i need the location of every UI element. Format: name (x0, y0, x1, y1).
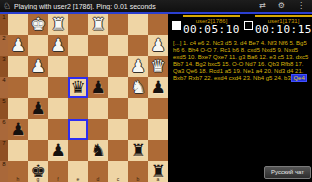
chess-board[interactable]: 1♚♜♜2♟♟♟3♟♟♛4♛♟♞♟5♟6♟7♟♞♜8♚♜hgfedcba (0, 14, 168, 182)
square-b7[interactable]: ♜ (128, 140, 148, 161)
black-rook-piece: ♜ (150, 161, 165, 182)
square-d1[interactable]: ♜ (88, 14, 108, 35)
square-b8[interactable] (128, 161, 148, 182)
square-e4[interactable]: ♛ (68, 77, 88, 98)
square-h5[interactable] (8, 98, 28, 119)
square-c3[interactable] (108, 56, 128, 77)
square-c7[interactable] (108, 140, 128, 161)
rank-label-8: 8 (0, 161, 8, 182)
main-content: 1♚♜♜2♟♟♟3♟♟♛4♛♟♞♟5♟6♟7♟♞♜8♚♜hgfedcba use… (0, 14, 312, 182)
black-queen-piece: ♛ (70, 77, 85, 98)
square-a4[interactable]: ♟ (148, 77, 168, 98)
page-title: Playing with user2 [1786]. Ping: 0.01 se… (14, 3, 256, 10)
square-c1[interactable] (108, 14, 128, 35)
square-g8[interactable]: ♚ (28, 161, 48, 182)
clock-time-white: 00:05:10 (183, 24, 240, 36)
square-d5[interactable] (88, 98, 108, 119)
square-b5[interactable] (128, 98, 148, 119)
square-e5[interactable] (68, 98, 88, 119)
square-d8[interactable] (88, 161, 108, 182)
black-pawn-piece: ♟ (150, 77, 165, 98)
last-move-highlight: Qe4 (292, 75, 305, 81)
move-list-prefix: [...] (173, 40, 181, 46)
flip-board-icon[interactable]: ⇄ (259, 0, 266, 12)
white-king-piece: ♚ (30, 14, 45, 35)
square-c2[interactable] (108, 35, 128, 56)
clock-black-inner: user1[1731] 00:10:15 (255, 15, 312, 36)
square-e7[interactable] (68, 140, 88, 161)
white-knight-piece: ♞ (130, 77, 145, 98)
move-list-text: 1. c4 e6 2. Nc3 d5 3. d4 Be7 4. Nf3 Nf6 … (173, 40, 308, 81)
settings-gear-icon[interactable]: ⚙ (278, 0, 285, 12)
black-pawn-piece: ♟ (30, 98, 45, 119)
square-a1[interactable] (148, 14, 168, 35)
clock-black-bar (255, 15, 312, 17)
square-f8[interactable] (48, 161, 68, 182)
square-a6[interactable] (148, 119, 168, 140)
black-pawn-piece: ♟ (90, 77, 105, 98)
app-knight-icon: ♘ (3, 0, 11, 12)
square-b4[interactable]: ♞ (128, 77, 148, 98)
square-b2[interactable] (128, 35, 148, 56)
clock-time-black: 00:10:15 (255, 24, 312, 36)
rank-label-2: 2 (0, 35, 8, 56)
white-pawn-piece: ♟ (30, 56, 45, 77)
square-f4[interactable] (48, 77, 68, 98)
chat-button[interactable]: Русский чат (264, 166, 311, 179)
square-e6[interactable] (68, 119, 88, 140)
action-bar: ♘ Playing with user2 [1786]. Ping: 0.01 … (0, 0, 312, 12)
rank-label-3: 3 (0, 56, 8, 77)
square-e2[interactable] (68, 35, 88, 56)
square-g4[interactable] (28, 77, 48, 98)
rank-label-6: 6 (0, 119, 8, 140)
square-d7[interactable]: ♞ (88, 140, 108, 161)
square-h6[interactable]: ♟ (8, 119, 28, 140)
square-h7[interactable] (8, 140, 28, 161)
app-window: ♘ Playing with user2 [1786]. Ping: 0.01 … (0, 0, 312, 182)
square-b3[interactable]: ♟ (128, 56, 148, 77)
white-pawn-piece: ♟ (50, 35, 65, 56)
white-side-checkbox[interactable] (172, 21, 181, 30)
square-a3[interactable]: ♛ (148, 56, 168, 77)
square-e1[interactable] (68, 14, 88, 35)
rank-label-5: 5 (0, 98, 8, 119)
square-g2[interactable] (28, 35, 48, 56)
square-a8[interactable]: ♜ (148, 161, 168, 182)
square-f7[interactable]: ♟ (48, 140, 68, 161)
rank-label-1: 1 (0, 14, 8, 35)
rank-label-7: 7 (0, 140, 8, 161)
square-h4[interactable] (8, 77, 28, 98)
square-e8[interactable] (68, 161, 88, 182)
square-d3[interactable] (88, 56, 108, 77)
square-f1[interactable]: ♜ (48, 14, 68, 35)
square-g5[interactable]: ♟ (28, 98, 48, 119)
square-c4[interactable] (108, 77, 128, 98)
square-d2[interactable] (88, 35, 108, 56)
square-a7[interactable] (148, 140, 168, 161)
white-pawn-piece: ♟ (150, 35, 165, 56)
square-e3[interactable] (68, 56, 88, 77)
white-pawn-piece: ♟ (10, 35, 25, 56)
clock-white-bar (183, 15, 240, 17)
square-g3[interactable]: ♟ (28, 56, 48, 77)
clock-row: user2[1786] 00:05:10 user1[1731] 00:10:1… (170, 14, 312, 36)
white-rook-piece: ♜ (90, 14, 105, 35)
black-rook-piece: ♜ (130, 140, 145, 161)
square-h2[interactable]: ♟ (8, 35, 28, 56)
square-a5[interactable] (148, 98, 168, 119)
square-d6[interactable] (88, 119, 108, 140)
square-g6[interactable] (28, 119, 48, 140)
white-queen-piece: ♛ (150, 56, 165, 77)
black-pawn-piece: ♟ (50, 140, 65, 161)
square-c6[interactable] (108, 119, 128, 140)
square-b6[interactable] (128, 119, 148, 140)
square-a2[interactable]: ♟ (148, 35, 168, 56)
square-f2[interactable]: ♟ (48, 35, 68, 56)
square-h8[interactable] (8, 161, 28, 182)
side-panel: user2[1786] 00:05:10 user1[1731] 00:10:1… (170, 14, 312, 182)
move-list[interactable]: [...] 1. c4 e6 2. Nc3 d5 3. d4 Be7 4. Nf… (172, 39, 312, 153)
square-f3[interactable] (48, 56, 68, 77)
white-rook-piece: ♜ (50, 14, 65, 35)
black-side-checkbox[interactable] (244, 21, 253, 30)
square-h3[interactable] (8, 56, 28, 77)
black-king-piece: ♚ (30, 161, 45, 182)
black-knight-piece: ♞ (90, 140, 105, 161)
square-g7[interactable] (28, 140, 48, 161)
square-f6[interactable] (48, 119, 68, 140)
white-pawn-piece: ♟ (130, 56, 145, 77)
square-b1[interactable] (128, 14, 148, 35)
rank-label-4: 4 (0, 77, 8, 98)
clock-white-inner: user2[1786] 00:05:10 (183, 15, 240, 36)
black-pawn-piece: ♟ (10, 119, 25, 140)
action-bar-icons: ⇄ ⚙ ⋮ (259, 0, 309, 12)
square-d4[interactable]: ♟ (88, 77, 108, 98)
square-c5[interactable] (108, 98, 128, 119)
square-g1[interactable]: ♚ (28, 14, 48, 35)
square-f5[interactable] (48, 98, 68, 119)
overflow-menu-icon[interactable]: ⋮ (297, 0, 305, 12)
square-c8[interactable] (108, 161, 128, 182)
clock-black: user1[1731] 00:10:15 (244, 15, 312, 36)
clock-white: user2[1786] 00:05:10 (172, 15, 240, 36)
square-h1[interactable] (8, 14, 28, 35)
